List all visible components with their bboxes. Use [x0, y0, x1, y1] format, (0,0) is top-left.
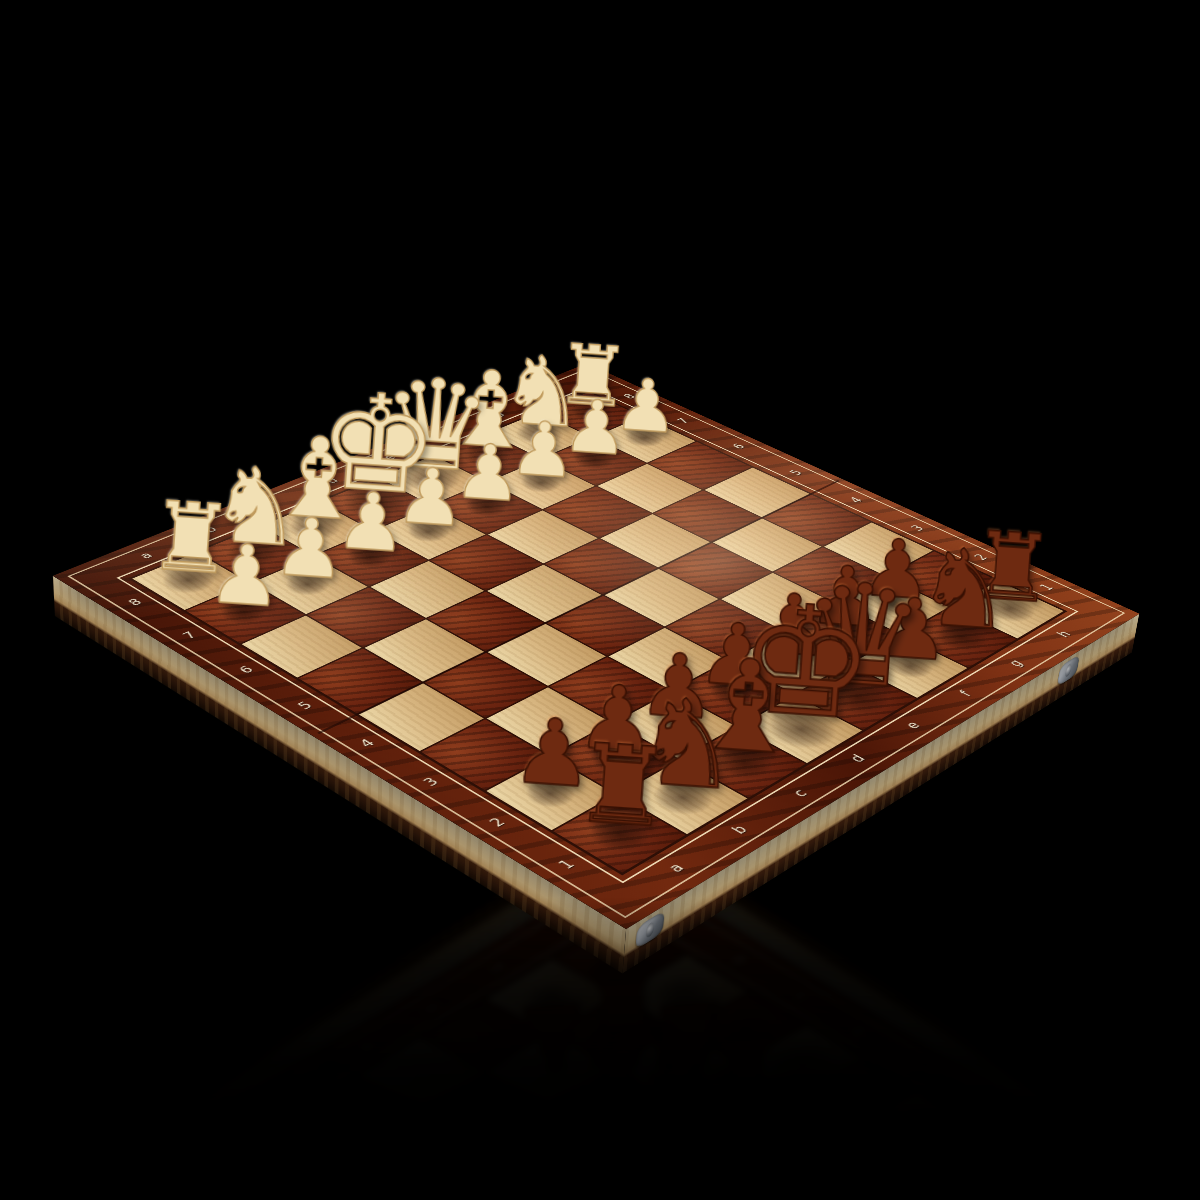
product-photo-scene: aa88bb77cc66dd55ee44ff33gg22hh11 ♜♞♝♚♛♝♞… — [0, 0, 1200, 1200]
white-pawn-a7: ♟ — [206, 533, 285, 620]
dark-rook-a1: ♜ — [570, 729, 675, 844]
perspective-container: aa88bb77cc66dd55ee44ff33gg22hh11 ♜♞♝♚♛♝♞… — [192, 184, 1014, 1006]
chess-set-stage: aa88bb77cc66dd55ee44ff33gg22hh11 ♜♞♝♚♛♝♞… — [0, 0, 1200, 1200]
chess-board: aa88bb77cc66dd55ee44ff33gg22hh11 ♜♞♝♚♛♝♞… — [53, 363, 1139, 929]
camera-tilt: aa88bb77cc66dd55ee44ff33gg22hh11 ♜♞♝♚♛♝♞… — [0, 0, 1200, 1200]
